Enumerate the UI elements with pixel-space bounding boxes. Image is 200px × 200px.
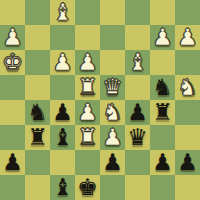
square-b4[interactable]: ♞ xyxy=(25,100,50,125)
white-rook[interactable]: ♜ xyxy=(77,125,98,150)
square-g4[interactable]: ♜ xyxy=(150,100,175,125)
square-d2[interactable] xyxy=(75,150,100,175)
square-f8[interactable] xyxy=(125,0,150,25)
square-d3[interactable]: ♜ xyxy=(75,125,100,150)
black-pawn[interactable]: ♟ xyxy=(52,100,73,125)
square-h4[interactable] xyxy=(175,100,200,125)
square-a8[interactable] xyxy=(0,0,25,25)
square-f5[interactable] xyxy=(125,75,150,100)
square-g8[interactable] xyxy=(150,0,175,25)
black-rook[interactable]: ♜ xyxy=(27,125,48,150)
square-h7[interactable]: ♟ xyxy=(175,25,200,50)
white-queen[interactable]: ♛ xyxy=(102,75,123,100)
square-f7[interactable] xyxy=(125,25,150,50)
square-b7[interactable] xyxy=(25,25,50,50)
square-b6[interactable] xyxy=(25,50,50,75)
black-knight[interactable]: ♞ xyxy=(27,100,48,125)
white-knight[interactable]: ♞ xyxy=(177,75,198,100)
square-e1[interactable] xyxy=(100,175,125,200)
square-e8[interactable] xyxy=(100,0,125,25)
square-e5[interactable]: ♛ xyxy=(100,75,125,100)
square-e4[interactable]: ♞ xyxy=(100,100,125,125)
square-h5[interactable]: ♞ xyxy=(175,75,200,100)
square-e2[interactable]: ♟ xyxy=(100,150,125,175)
square-c7[interactable] xyxy=(50,25,75,50)
square-f4[interactable]: ♟ xyxy=(125,100,150,125)
square-f6[interactable]: ♝ xyxy=(125,50,150,75)
square-d5[interactable]: ♜ xyxy=(75,75,100,100)
square-g2[interactable]: ♟ xyxy=(150,150,175,175)
chess-board: ♝♟♟♟♚♟♟♝♜♛♞♞♞♟♟♞♟♜♜♝♜♟♛♟♟♟♟♝♚ xyxy=(0,0,200,200)
square-g5[interactable]: ♞ xyxy=(150,75,175,100)
square-a1[interactable] xyxy=(0,175,25,200)
white-pawn[interactable]: ♟ xyxy=(102,125,123,150)
white-bishop[interactable]: ♝ xyxy=(127,50,148,75)
square-e7[interactable] xyxy=(100,25,125,50)
square-e6[interactable] xyxy=(100,50,125,75)
white-knight[interactable]: ♞ xyxy=(102,100,123,125)
square-a3[interactable] xyxy=(0,125,25,150)
square-a2[interactable]: ♟ xyxy=(0,150,25,175)
square-c5[interactable] xyxy=(50,75,75,100)
black-pawn[interactable]: ♟ xyxy=(102,150,123,175)
square-b8[interactable] xyxy=(25,0,50,25)
white-king[interactable]: ♚ xyxy=(2,50,23,75)
white-pawn[interactable]: ♟ xyxy=(77,100,98,125)
square-g7[interactable]: ♟ xyxy=(150,25,175,50)
black-pawn[interactable]: ♟ xyxy=(2,150,23,175)
white-rook[interactable]: ♜ xyxy=(77,75,98,100)
square-a4[interactable] xyxy=(0,100,25,125)
square-d6[interactable]: ♟ xyxy=(75,50,100,75)
square-a7[interactable]: ♟ xyxy=(0,25,25,50)
square-h3[interactable] xyxy=(175,125,200,150)
black-pawn[interactable]: ♟ xyxy=(177,150,198,175)
square-b2[interactable] xyxy=(25,150,50,175)
square-b5[interactable] xyxy=(25,75,50,100)
square-c3[interactable]: ♝ xyxy=(50,125,75,150)
square-f1[interactable] xyxy=(125,175,150,200)
black-bishop[interactable]: ♝ xyxy=(52,175,73,200)
square-c6[interactable]: ♟ xyxy=(50,50,75,75)
white-pawn[interactable]: ♟ xyxy=(177,25,198,50)
black-king[interactable]: ♚ xyxy=(77,175,98,200)
square-b1[interactable] xyxy=(25,175,50,200)
square-h6[interactable] xyxy=(175,50,200,75)
black-bishop[interactable]: ♝ xyxy=(52,125,73,150)
square-g6[interactable] xyxy=(150,50,175,75)
black-pawn[interactable]: ♟ xyxy=(127,100,148,125)
square-c4[interactable]: ♟ xyxy=(50,100,75,125)
white-pawn[interactable]: ♟ xyxy=(152,25,173,50)
white-bishop[interactable]: ♝ xyxy=(52,0,73,25)
black-queen[interactable]: ♛ xyxy=(127,125,148,150)
square-h8[interactable] xyxy=(175,0,200,25)
black-pawn[interactable]: ♟ xyxy=(152,150,173,175)
square-b3[interactable]: ♜ xyxy=(25,125,50,150)
square-f3[interactable]: ♛ xyxy=(125,125,150,150)
square-d4[interactable]: ♟ xyxy=(75,100,100,125)
square-e3[interactable]: ♟ xyxy=(100,125,125,150)
square-c1[interactable]: ♝ xyxy=(50,175,75,200)
black-rook[interactable]: ♜ xyxy=(152,100,173,125)
square-a6[interactable]: ♚ xyxy=(0,50,25,75)
square-d7[interactable] xyxy=(75,25,100,50)
white-pawn[interactable]: ♟ xyxy=(52,50,73,75)
square-h1[interactable] xyxy=(175,175,200,200)
white-pawn[interactable]: ♟ xyxy=(77,50,98,75)
square-g1[interactable] xyxy=(150,175,175,200)
square-g3[interactable] xyxy=(150,125,175,150)
square-d8[interactable] xyxy=(75,0,100,25)
black-knight[interactable]: ♞ xyxy=(152,75,173,100)
square-d1[interactable]: ♚ xyxy=(75,175,100,200)
white-pawn[interactable]: ♟ xyxy=(2,25,23,50)
square-h2[interactable]: ♟ xyxy=(175,150,200,175)
square-c8[interactable]: ♝ xyxy=(50,0,75,25)
square-f2[interactable] xyxy=(125,150,150,175)
square-c2[interactable] xyxy=(50,150,75,175)
square-a5[interactable] xyxy=(0,75,25,100)
